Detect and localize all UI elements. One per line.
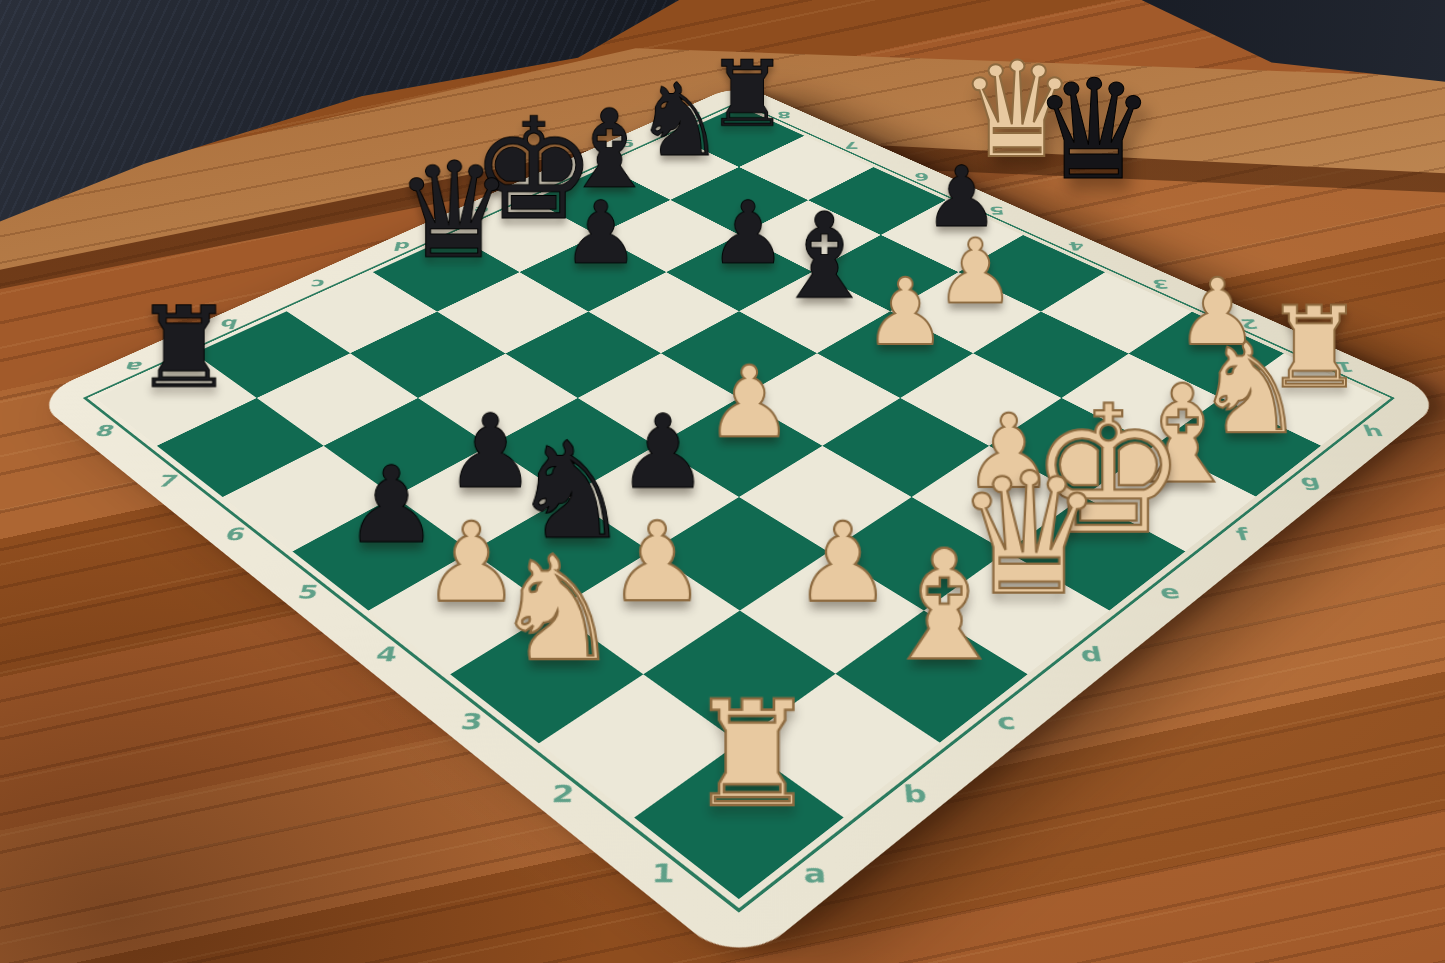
label-file-b-bottom: b bbox=[894, 781, 935, 809]
label-rank-7-left: 7 bbox=[148, 472, 187, 491]
label-file-c-top: c bbox=[302, 276, 334, 291]
piece-black-queen-d8[interactable]: ♛ bbox=[395, 144, 514, 276]
piece-white-knight-a3[interactable]: ♞ bbox=[492, 538, 621, 682]
piece-white-bishop-c1[interactable]: ♝ bbox=[876, 531, 1012, 683]
label-file-f-top: f bbox=[542, 170, 569, 182]
label-rank-7-right: 7 bbox=[838, 139, 864, 151]
piece-white-pawn-g4[interactable]: ♟ bbox=[935, 227, 1015, 316]
label-file-g-top: g bbox=[614, 139, 640, 151]
pieces-layer: ♜♛♚♝♞♜♟♟♟♟♝♟♞♟♟♟♟♟♞♟♟♟♟♜♝♛♚♝♞♜ bbox=[96, 106, 1383, 899]
anchor-a1: ♜ bbox=[634, 743, 843, 899]
vinyl-chess-mat: ♜♛♚♝♞♜♟♟♟♟♝♟♞♟♟♟♟♟♞♟♟♟♟♜♝♛♚♝♞♜ 88aa77bb6… bbox=[32, 84, 1445, 963]
label-file-d-bottom: d bbox=[1071, 643, 1112, 667]
label-file-a-bottom: a bbox=[794, 859, 835, 890]
label-file-e-bottom: e bbox=[1150, 581, 1190, 603]
label-rank-4-left: 4 bbox=[366, 643, 407, 667]
label-rank-8-left: 8 bbox=[85, 422, 124, 440]
piece-white-pawn-d4[interactable]: ♟ bbox=[705, 353, 793, 452]
piece-white-pawn-f4[interactable]: ♟ bbox=[863, 266, 946, 358]
label-file-d-top: d bbox=[387, 239, 417, 253]
label-rank-8-right: 8 bbox=[772, 109, 796, 120]
board-scene: ♜♛♚♝♞♜♟♟♟♟♝♟♞♟♟♟♟♟♞♟♟♟♟♜♝♛♚♝♞♜ 88aa77bb6… bbox=[0, 0, 1445, 963]
label-file-h-top: h bbox=[682, 109, 706, 120]
label-rank-2-left: 2 bbox=[542, 781, 583, 809]
label-rank-5-right: 5 bbox=[983, 204, 1012, 217]
label-rank-4-right: 4 bbox=[1061, 239, 1091, 253]
piece-white-rook-a1[interactable]: ♜ bbox=[686, 681, 817, 827]
spare-black-queen[interactable]: ♛ bbox=[1032, 62, 1156, 200]
label-file-h-bottom: h bbox=[1354, 422, 1393, 440]
piece-black-rook-a8[interactable]: ♜ bbox=[133, 291, 234, 403]
piece-black-pawn-e7[interactable]: ♟ bbox=[562, 190, 640, 277]
label-rank-3-left: 3 bbox=[451, 709, 492, 735]
label-rank-3-right: 3 bbox=[1144, 276, 1176, 291]
anchor-e7: ♟ bbox=[519, 235, 665, 311]
label-rank-6-right: 6 bbox=[908, 170, 935, 182]
label-file-g-bottom: g bbox=[1291, 472, 1330, 491]
label-rank-5-left: 5 bbox=[288, 581, 328, 603]
piece-white-pawn-b3[interactable]: ♟ bbox=[608, 508, 707, 618]
label-file-c-bottom: c bbox=[986, 709, 1027, 735]
piece-black-bishop-f5[interactable]: ♝ bbox=[771, 198, 877, 317]
anchor-a3: ♞ bbox=[450, 611, 643, 743]
label-file-e-top: e bbox=[467, 204, 496, 217]
label-rank-1-left: 1 bbox=[642, 859, 683, 890]
label-file-f-bottom: f bbox=[1223, 525, 1263, 546]
label-rank-6-left: 6 bbox=[216, 525, 256, 546]
